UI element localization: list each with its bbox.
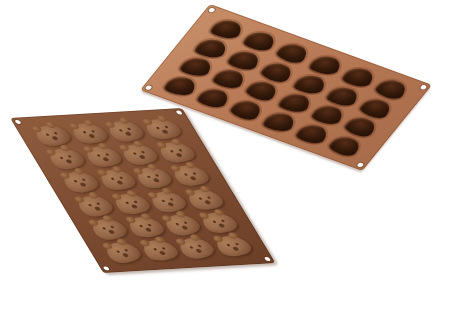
piggy-face-bump	[160, 211, 205, 237]
chocolate-filled-cavity	[324, 84, 362, 107]
piggy-face-bump	[101, 239, 146, 265]
chocolate-filled-cavity	[225, 48, 263, 71]
chocolate-filled-cavity	[294, 122, 332, 145]
chocolate-filled-cavity	[228, 97, 266, 122]
chocolate-filled-cavity	[210, 67, 248, 90]
chocolate-filled-cavity	[307, 54, 344, 76]
bump-face-dots	[175, 223, 180, 226]
chocolate-filled-cavity	[243, 78, 281, 103]
bump-face-dots	[226, 244, 231, 247]
bump-face-dots	[74, 180, 79, 183]
bump-face-dots	[153, 248, 158, 251]
bump-grid	[27, 116, 259, 266]
product-photo-canvas	[0, 0, 450, 309]
chocolate-filled-cavity	[340, 66, 378, 89]
chocolate-filled-cavity	[208, 18, 245, 40]
chocolate-filled-cavity	[177, 56, 214, 78]
bump-face-dots	[133, 152, 138, 155]
silicone-mold-flipped	[10, 108, 275, 273]
corner-hole	[420, 85, 428, 91]
piggy-face-bump	[44, 145, 89, 171]
piggy-face-bump	[168, 163, 213, 188]
chocolate-filled-cavity	[193, 37, 230, 59]
chocolate-filled-cavity	[342, 114, 380, 139]
bump-face-dots	[212, 220, 217, 223]
bump-face-dots	[189, 246, 194, 249]
piggy-face-bump	[146, 188, 191, 214]
bump-face-dots	[198, 197, 203, 200]
piggy-face-bump	[211, 233, 256, 258]
bump-face-dots	[139, 225, 144, 228]
bump-face-dots	[169, 150, 174, 153]
corner-hole	[14, 120, 21, 124]
piggy-face-bump	[140, 116, 185, 141]
bump-face-dots	[45, 133, 50, 136]
chocolate-filled-cavity	[276, 92, 313, 114]
piggy-face-bump	[132, 164, 177, 190]
piggy-face-bump	[182, 186, 227, 211]
bump-face-dots	[161, 199, 166, 202]
corner-hole	[176, 110, 183, 114]
bump-face-dots	[147, 176, 152, 179]
piggy-face-bump	[87, 216, 132, 242]
piggy-face-bump	[154, 139, 199, 164]
bump-face-dots	[124, 201, 129, 204]
piggy-face-bump	[117, 141, 162, 167]
bump-face-dots	[96, 154, 101, 157]
piggy-face-bump	[30, 122, 75, 148]
chocolate-filled-cavity	[162, 75, 199, 97]
chocolate-filled-cavity	[326, 133, 364, 158]
corner-hole	[356, 162, 364, 168]
corner-hole	[264, 257, 271, 261]
piggy-face-bump	[58, 169, 103, 195]
bump-face-dots	[102, 227, 107, 230]
bump-face-dots	[116, 250, 121, 253]
bump-face-dots	[59, 156, 64, 159]
chocolate-filled-cavity	[372, 77, 410, 102]
bump-face-dots	[155, 126, 160, 129]
chocolate-filled-cavity	[241, 30, 279, 53]
bump-face-dots	[82, 131, 87, 134]
chocolate-filled-cavity	[292, 73, 329, 95]
corner-hole	[145, 85, 153, 91]
chocolate-filled-cavity	[195, 86, 233, 109]
bump-face-dots	[110, 178, 115, 181]
bump-face-dots	[119, 129, 124, 132]
chocolate-filled-cavity	[309, 103, 347, 126]
corner-hole	[208, 7, 216, 13]
piggy-face-bump	[72, 192, 117, 218]
chocolate-filled-cavity	[261, 111, 298, 133]
piggy-face-bump	[174, 235, 219, 261]
bump-face-dots	[88, 203, 93, 206]
corner-hole	[103, 266, 110, 270]
bump-face-dots	[184, 173, 189, 176]
piggy-face-bump	[197, 210, 242, 235]
chocolate-filled-cavity	[274, 41, 312, 66]
piggy-face-bump	[103, 117, 148, 143]
